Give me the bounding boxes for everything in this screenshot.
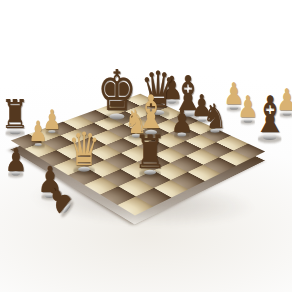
dark-knight-e8: ♞ bbox=[203, 99, 227, 133]
dark-pawn-offboard: ♟ bbox=[5, 144, 27, 176]
dark-rook-a1: ♜ bbox=[1, 94, 29, 134]
dark-rook-g4: ♜ bbox=[134, 129, 166, 175]
product-photo-stage: ♜♚♛♟♝♟♞♟♜♟♟♛♞♝♟♟♟♝♟♟♟ bbox=[0, 0, 292, 292]
dark-pawn-e7: ♟ bbox=[171, 105, 193, 137]
light-queen-e2: ♛ bbox=[68, 126, 100, 172]
dark-bishop-offboard: ♝ bbox=[253, 90, 288, 140]
light-pawn-b2: ♟ bbox=[28, 118, 48, 146]
